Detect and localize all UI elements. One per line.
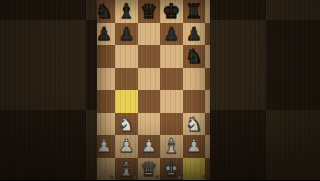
piece-black-bishop-c8[interactable]: ♝ — [115, 0, 138, 23]
square-f6[interactable]: ♞ — [183, 45, 206, 68]
square-c4[interactable] — [115, 90, 138, 113]
coordinate-label-f: f — [202, 174, 204, 180]
piece-black-rook-f8[interactable]: ♜ — [183, 0, 206, 23]
piece-black-pawn-e7[interactable]: ♟ — [160, 23, 183, 46]
piece-white-knight-f3[interactable]: ♞ — [183, 113, 206, 136]
coordinate-label-e: e — [178, 174, 181, 180]
square-g8[interactable] — [205, 0, 210, 23]
square-c7[interactable]: ♟ — [115, 23, 138, 46]
piece-black-king-e8[interactable]: ♚ — [160, 0, 183, 23]
piece-white-pawn-d2[interactable]: ♟ — [138, 135, 161, 158]
square-d2[interactable]: ♟ — [138, 135, 161, 158]
square-g5[interactable] — [205, 68, 210, 91]
square-d4[interactable] — [138, 90, 161, 113]
square-g3[interactable] — [205, 113, 210, 136]
square-c2[interactable]: ♟ — [115, 135, 138, 158]
square-b1[interactable]: b — [97, 158, 115, 181]
square-e2[interactable]: ♝ — [160, 135, 183, 158]
square-d8[interactable]: ♛ — [138, 0, 161, 23]
square-d1[interactable]: ♛d — [138, 158, 161, 181]
square-g4[interactable] — [205, 90, 210, 113]
square-e1[interactable]: ♚e — [160, 158, 183, 181]
square-f3[interactable]: ♞ — [183, 113, 206, 136]
chess-board: ♜♞♝♛♚♜♟♟♟♟♟♟♟♞♞♞♟♟♟♟♝♟♟♟♜b♝c♛d♚efg♜ — [97, 0, 210, 180]
piece-black-pawn-c7[interactable]: ♟ — [115, 23, 138, 46]
video-frame: ♜♞♝♛♚♜♟♟♟♟♟♟♟♞♞♞♟♟♟♟♝♟♟♟♜b♝c♛d♚efg♜ — [0, 0, 320, 180]
square-d5[interactable] — [138, 68, 161, 91]
square-b2[interactable]: ♟ — [97, 135, 115, 158]
square-b8[interactable]: ♞ — [97, 0, 115, 23]
piece-white-king-e1[interactable]: ♚ — [160, 158, 183, 181]
square-c8[interactable]: ♝ — [115, 0, 138, 23]
coordinate-label-c: c — [134, 174, 137, 180]
square-b7[interactable]: ♟ — [97, 23, 115, 46]
piece-white-queen-d1[interactable]: ♛ — [138, 158, 161, 181]
square-g2[interactable]: ♟ — [205, 135, 210, 158]
square-f4[interactable] — [183, 90, 206, 113]
piece-white-pawn-c2[interactable]: ♟ — [115, 135, 138, 158]
piece-black-pawn-b7[interactable]: ♟ — [97, 23, 115, 46]
square-c1[interactable]: ♝c — [115, 158, 138, 181]
coordinate-label-b: b — [110, 174, 114, 180]
square-g6[interactable] — [205, 45, 210, 68]
square-b6[interactable] — [97, 45, 115, 68]
piece-black-pawn-f7[interactable]: ♟ — [183, 23, 206, 46]
square-e8[interactable]: ♚ — [160, 0, 183, 23]
square-c6[interactable] — [115, 45, 138, 68]
square-b4[interactable] — [97, 90, 115, 113]
piece-black-queen-d8[interactable]: ♛ — [138, 0, 161, 23]
square-e4[interactable] — [160, 90, 183, 113]
square-b5[interactable] — [97, 68, 115, 91]
square-c5[interactable] — [115, 68, 138, 91]
square-f7[interactable]: ♟ — [183, 23, 206, 46]
square-g1[interactable]: g — [205, 158, 210, 181]
piece-black-knight-f6[interactable]: ♞ — [183, 45, 206, 68]
square-b3[interactable] — [97, 113, 115, 136]
piece-black-knight-b8[interactable]: ♞ — [97, 0, 115, 23]
piece-white-knight-c3[interactable]: ♞ — [115, 113, 138, 136]
piece-white-bishop-e2[interactable]: ♝ — [160, 135, 183, 158]
square-e7[interactable]: ♟ — [160, 23, 183, 46]
square-f8[interactable]: ♜ — [183, 0, 206, 23]
piece-white-bishop-c1[interactable]: ♝ — [115, 158, 138, 181]
piece-white-pawn-b2[interactable]: ♟ — [97, 135, 115, 158]
square-e5[interactable] — [160, 68, 183, 91]
coordinate-label-d: d — [155, 174, 159, 180]
piece-white-pawn-g2[interactable]: ♟ — [205, 135, 210, 158]
square-e6[interactable] — [160, 45, 183, 68]
square-f1[interactable]: f — [183, 158, 206, 181]
square-d6[interactable] — [138, 45, 161, 68]
square-d3[interactable] — [138, 113, 161, 136]
piece-black-pawn-g7[interactable]: ♟ — [205, 23, 210, 46]
video-strip: ♜♞♝♛♚♜♟♟♟♟♟♟♟♞♞♞♟♟♟♟♝♟♟♟♜b♝c♛d♚efg♜ — [97, 0, 210, 180]
square-f5[interactable] — [183, 68, 206, 91]
square-g7[interactable]: ♟ — [205, 23, 210, 46]
square-d7[interactable] — [138, 23, 161, 46]
square-c3[interactable]: ♞ — [115, 113, 138, 136]
piece-white-pawn-f2[interactable]: ♟ — [183, 135, 206, 158]
square-f2[interactable]: ♟ — [183, 135, 206, 158]
square-e3[interactable] — [160, 113, 183, 136]
